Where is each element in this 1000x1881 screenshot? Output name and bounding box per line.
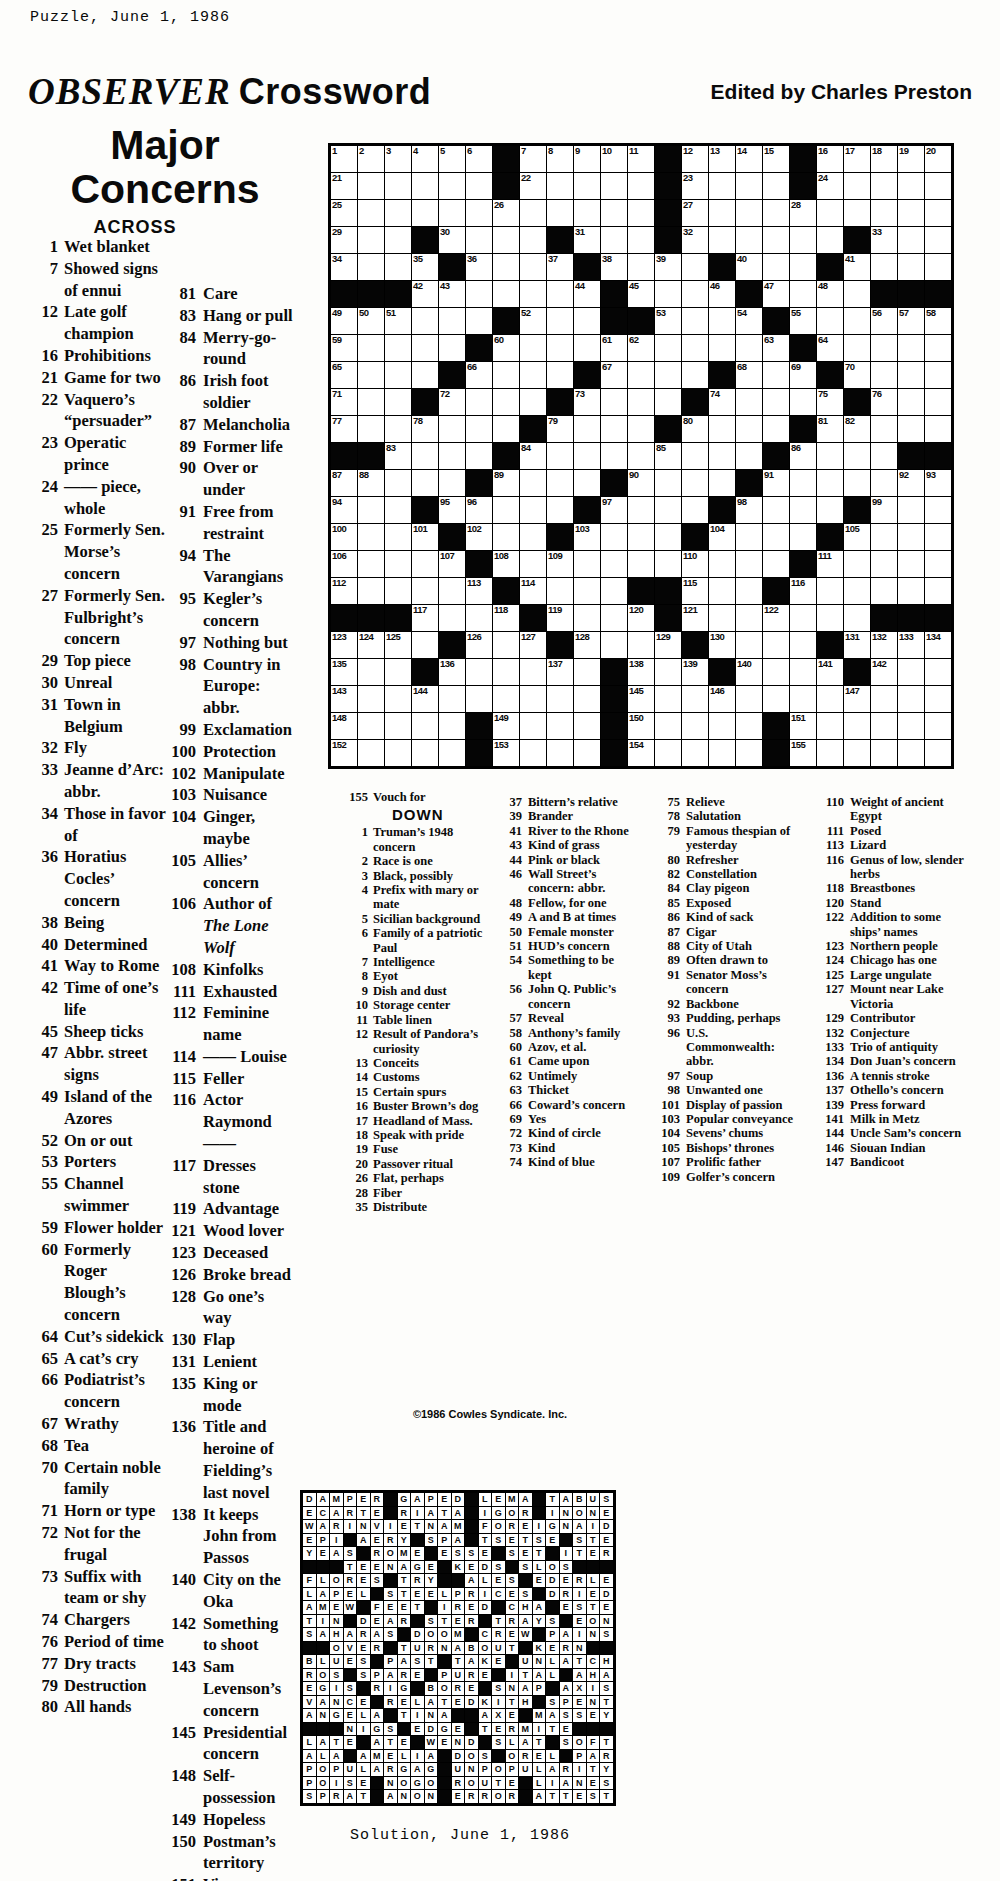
- grid-cell-r20c9[interactable]: 137: [547, 659, 573, 685]
- grid-cell-r13c20[interactable]: [844, 470, 870, 496]
- grid-cell-r12c16[interactable]: [736, 443, 762, 469]
- grid-cell-r10c21[interactable]: 76: [871, 389, 897, 415]
- grid-cell-r1c21[interactable]: 18: [871, 146, 897, 172]
- grid-cell-r5c22[interactable]: [898, 254, 924, 280]
- grid-cell-r2c5[interactable]: [439, 173, 465, 199]
- grid-cell-r18c4[interactable]: 117: [412, 605, 438, 631]
- grid-cell-r20c2[interactable]: [358, 659, 384, 685]
- grid-cell-r14c5[interactable]: 95: [439, 497, 465, 523]
- grid-cell-r13c14[interactable]: [682, 470, 708, 496]
- grid-cell-r16c19[interactable]: 111: [817, 551, 843, 577]
- grid-cell-r9c9[interactable]: [547, 362, 573, 388]
- grid-cell-r15c20[interactable]: 105: [844, 524, 870, 550]
- grid-cell-r1c10[interactable]: 9: [574, 146, 600, 172]
- grid-cell-r21c10[interactable]: [574, 686, 600, 712]
- grid-cell-r6c17[interactable]: 47: [763, 281, 789, 307]
- grid-cell-r14c13[interactable]: [655, 497, 681, 523]
- grid-cell-r5c4[interactable]: 35: [412, 254, 438, 280]
- grid-cell-r3c5[interactable]: [439, 200, 465, 226]
- grid-cell-r10c19[interactable]: 75: [817, 389, 843, 415]
- grid-cell-r12c4[interactable]: [412, 443, 438, 469]
- grid-cell-r23c2[interactable]: [358, 740, 384, 766]
- grid-cell-r22c14[interactable]: [682, 713, 708, 739]
- grid-cell-r15c7[interactable]: [493, 524, 519, 550]
- grid-cell-r20c12[interactable]: 138: [628, 659, 654, 685]
- grid-cell-r18c19[interactable]: [817, 605, 843, 631]
- grid-cell-r4c11[interactable]: [601, 227, 627, 253]
- grid-cell-r14c1[interactable]: 94: [331, 497, 357, 523]
- grid-cell-r19c12[interactable]: [628, 632, 654, 658]
- grid-cell-r5c9[interactable]: 37: [547, 254, 573, 280]
- grid-cell-r2c14[interactable]: 23: [682, 173, 708, 199]
- grid-cell-r13c17[interactable]: 91: [763, 470, 789, 496]
- grid-cell-r20c22[interactable]: [898, 659, 924, 685]
- grid-cell-r12c10[interactable]: [574, 443, 600, 469]
- grid-cell-r5c23[interactable]: [925, 254, 951, 280]
- grid-cell-r23c4[interactable]: [412, 740, 438, 766]
- grid-cell-r23c14[interactable]: [682, 740, 708, 766]
- grid-cell-r21c8[interactable]: [520, 686, 546, 712]
- grid-cell-r10c8[interactable]: [520, 389, 546, 415]
- grid-cell-r12c12[interactable]: [628, 443, 654, 469]
- grid-cell-r11c17[interactable]: [763, 416, 789, 442]
- grid-cell-r1c12[interactable]: 11: [628, 146, 654, 172]
- grid-cell-r20c6[interactable]: [466, 659, 492, 685]
- grid-cell-r2c17[interactable]: [763, 173, 789, 199]
- grid-cell-r4c3[interactable]: [385, 227, 411, 253]
- grid-cell-r11c6[interactable]: [466, 416, 492, 442]
- grid-cell-r22c20[interactable]: [844, 713, 870, 739]
- grid-cell-r3c17[interactable]: [763, 200, 789, 226]
- grid-cell-r1c11[interactable]: 10: [601, 146, 627, 172]
- grid-cell-r17c3[interactable]: [385, 578, 411, 604]
- grid-cell-r3c14[interactable]: 27: [682, 200, 708, 226]
- grid-cell-r20c16[interactable]: 140: [736, 659, 762, 685]
- grid-cell-r4c8[interactable]: [520, 227, 546, 253]
- grid-cell-r16c10[interactable]: [574, 551, 600, 577]
- grid-cell-r19c6[interactable]: 126: [466, 632, 492, 658]
- grid-cell-r21c12[interactable]: 145: [628, 686, 654, 712]
- grid-cell-r12c15[interactable]: [709, 443, 735, 469]
- grid-cell-r21c14[interactable]: [682, 686, 708, 712]
- grid-cell-r3c3[interactable]: [385, 200, 411, 226]
- grid-cell-r1c17[interactable]: 15: [763, 146, 789, 172]
- grid-cell-r3c20[interactable]: [844, 200, 870, 226]
- grid-cell-r1c5[interactable]: 5: [439, 146, 465, 172]
- grid-cell-r2c12[interactable]: [628, 173, 654, 199]
- grid-cell-r5c1[interactable]: 34: [331, 254, 357, 280]
- grid-cell-r15c17[interactable]: [763, 524, 789, 550]
- grid-cell-r18c12[interactable]: 120: [628, 605, 654, 631]
- grid-cell-r13c18[interactable]: [790, 470, 816, 496]
- grid-cell-r4c10[interactable]: 31: [574, 227, 600, 253]
- grid-cell-r6c5[interactable]: 43: [439, 281, 465, 307]
- grid-cell-r19c15[interactable]: 130: [709, 632, 735, 658]
- grid-cell-r10c18[interactable]: [790, 389, 816, 415]
- grid-cell-r14c7[interactable]: [493, 497, 519, 523]
- grid-cell-r14c12[interactable]: [628, 497, 654, 523]
- grid-cell-r21c13[interactable]: [655, 686, 681, 712]
- grid-cell-r14c22[interactable]: [898, 497, 924, 523]
- grid-cell-r1c20[interactable]: 17: [844, 146, 870, 172]
- grid-cell-r13c7[interactable]: 89: [493, 470, 519, 496]
- grid-cell-r14c16[interactable]: 98: [736, 497, 762, 523]
- grid-cell-r1c4[interactable]: 4: [412, 146, 438, 172]
- grid-cell-r13c13[interactable]: [655, 470, 681, 496]
- grid-cell-r7c10[interactable]: [574, 308, 600, 334]
- grid-cell-r3c19[interactable]: [817, 200, 843, 226]
- grid-cell-r15c15[interactable]: 104: [709, 524, 735, 550]
- grid-cell-r13c19[interactable]: [817, 470, 843, 496]
- grid-cell-r2c4[interactable]: [412, 173, 438, 199]
- grid-cell-r9c7[interactable]: [493, 362, 519, 388]
- grid-cell-r3c15[interactable]: [709, 200, 735, 226]
- grid-cell-r18c18[interactable]: [790, 605, 816, 631]
- grid-cell-r3c10[interactable]: [574, 200, 600, 226]
- grid-cell-r16c3[interactable]: [385, 551, 411, 577]
- grid-cell-r18c10[interactable]: [574, 605, 600, 631]
- grid-cell-r4c5[interactable]: 30: [439, 227, 465, 253]
- grid-cell-r15c3[interactable]: [385, 524, 411, 550]
- grid-cell-r22c13[interactable]: [655, 713, 681, 739]
- grid-cell-r8c7[interactable]: 60: [493, 335, 519, 361]
- grid-cell-r9c1[interactable]: 65: [331, 362, 357, 388]
- grid-cell-r11c9[interactable]: 79: [547, 416, 573, 442]
- grid-cell-r14c9[interactable]: [547, 497, 573, 523]
- grid-cell-r12c19[interactable]: [817, 443, 843, 469]
- grid-cell-r23c3[interactable]: [385, 740, 411, 766]
- grid-cell-r22c21[interactable]: [871, 713, 897, 739]
- grid-cell-r10c11[interactable]: [601, 389, 627, 415]
- grid-cell-r11c21[interactable]: [871, 416, 897, 442]
- grid-cell-r5c2[interactable]: [358, 254, 384, 280]
- grid-cell-r16c7[interactable]: 108: [493, 551, 519, 577]
- grid-cell-r6c15[interactable]: 46: [709, 281, 735, 307]
- grid-cell-r1c14[interactable]: 12: [682, 146, 708, 172]
- grid-cell-r7c4[interactable]: [412, 308, 438, 334]
- grid-cell-r4c12[interactable]: [628, 227, 654, 253]
- grid-cell-r6c12[interactable]: 45: [628, 281, 654, 307]
- grid-cell-r9c14[interactable]: [682, 362, 708, 388]
- grid-cell-r12c18[interactable]: 86: [790, 443, 816, 469]
- grid-cell-r3c6[interactable]: [466, 200, 492, 226]
- grid-cell-r5c20[interactable]: 41: [844, 254, 870, 280]
- grid-cell-r23c21[interactable]: [871, 740, 897, 766]
- grid-cell-r13c8[interactable]: [520, 470, 546, 496]
- grid-cell-r8c20[interactable]: [844, 335, 870, 361]
- grid-cell-r6c8[interactable]: [520, 281, 546, 307]
- grid-cell-r6c4[interactable]: 42: [412, 281, 438, 307]
- grid-cell-r20c17[interactable]: [763, 659, 789, 685]
- grid-cell-r19c21[interactable]: 132: [871, 632, 897, 658]
- grid-cell-r16c11[interactable]: [601, 551, 627, 577]
- grid-cell-r12c5[interactable]: [439, 443, 465, 469]
- grid-cell-r8c14[interactable]: [682, 335, 708, 361]
- grid-cell-r1c23[interactable]: 20: [925, 146, 951, 172]
- grid-cell-r21c9[interactable]: [547, 686, 573, 712]
- grid-cell-r11c10[interactable]: [574, 416, 600, 442]
- grid-cell-r22c1[interactable]: 148: [331, 713, 357, 739]
- grid-cell-r7c2[interactable]: 50: [358, 308, 384, 334]
- grid-cell-r8c4[interactable]: [412, 335, 438, 361]
- grid-cell-r7c15[interactable]: [709, 308, 735, 334]
- grid-cell-r17c19[interactable]: [817, 578, 843, 604]
- grid-cell-r1c9[interactable]: 8: [547, 146, 573, 172]
- grid-cell-r4c17[interactable]: [763, 227, 789, 253]
- grid-cell-r6c9[interactable]: [547, 281, 573, 307]
- grid-cell-r20c10[interactable]: [574, 659, 600, 685]
- grid-cell-r15c1[interactable]: 100: [331, 524, 357, 550]
- grid-cell-r8c17[interactable]: 63: [763, 335, 789, 361]
- grid-cell-r8c13[interactable]: [655, 335, 681, 361]
- grid-cell-r8c19[interactable]: 64: [817, 335, 843, 361]
- grid-cell-r19c7[interactable]: [493, 632, 519, 658]
- grid-cell-r12c11[interactable]: [601, 443, 627, 469]
- grid-cell-r15c13[interactable]: [655, 524, 681, 550]
- grid-cell-r21c2[interactable]: [358, 686, 384, 712]
- grid-cell-r16c12[interactable]: [628, 551, 654, 577]
- grid-cell-r7c14[interactable]: [682, 308, 708, 334]
- grid-cell-r17c21[interactable]: [871, 578, 897, 604]
- grid-cell-r7c9[interactable]: [547, 308, 573, 334]
- grid-cell-r18c6[interactable]: [466, 605, 492, 631]
- grid-cell-r21c3[interactable]: [385, 686, 411, 712]
- grid-cell-r11c2[interactable]: [358, 416, 384, 442]
- grid-cell-r2c1[interactable]: 21: [331, 173, 357, 199]
- grid-cell-r10c10[interactable]: 73: [574, 389, 600, 415]
- grid-cell-r19c8[interactable]: 127: [520, 632, 546, 658]
- grid-cell-r16c5[interactable]: 107: [439, 551, 465, 577]
- grid-cell-r23c9[interactable]: [547, 740, 573, 766]
- grid-cell-r20c3[interactable]: [385, 659, 411, 685]
- grid-cell-r7c1[interactable]: 49: [331, 308, 357, 334]
- grid-cell-r2c11[interactable]: [601, 173, 627, 199]
- grid-cell-r3c22[interactable]: [898, 200, 924, 226]
- grid-cell-r5c17[interactable]: [763, 254, 789, 280]
- grid-cell-r22c19[interactable]: [817, 713, 843, 739]
- grid-cell-r19c3[interactable]: 125: [385, 632, 411, 658]
- grid-cell-r23c20[interactable]: [844, 740, 870, 766]
- grid-cell-r21c21[interactable]: [871, 686, 897, 712]
- grid-cell-r16c9[interactable]: 109: [547, 551, 573, 577]
- grid-cell-r23c15[interactable]: [709, 740, 735, 766]
- grid-cell-r17c1[interactable]: 112: [331, 578, 357, 604]
- grid-cell-r14c21[interactable]: 99: [871, 497, 897, 523]
- grid-cell-r13c22[interactable]: 92: [898, 470, 924, 496]
- grid-cell-r17c5[interactable]: [439, 578, 465, 604]
- grid-cell-r17c4[interactable]: [412, 578, 438, 604]
- grid-cell-r16c15[interactable]: [709, 551, 735, 577]
- grid-cell-r8c12[interactable]: 62: [628, 335, 654, 361]
- grid-cell-r9c21[interactable]: [871, 362, 897, 388]
- grid-cell-r2c10[interactable]: [574, 173, 600, 199]
- grid-cell-r19c16[interactable]: [736, 632, 762, 658]
- grid-cell-r16c17[interactable]: [763, 551, 789, 577]
- grid-cell-r3c21[interactable]: [871, 200, 897, 226]
- grid-cell-r9c22[interactable]: [898, 362, 924, 388]
- grid-cell-r12c20[interactable]: [844, 443, 870, 469]
- grid-cell-r3c8[interactable]: [520, 200, 546, 226]
- grid-cell-r5c7[interactable]: [493, 254, 519, 280]
- grid-cell-r9c16[interactable]: 68: [736, 362, 762, 388]
- grid-cell-r10c16[interactable]: [736, 389, 762, 415]
- grid-cell-r18c7[interactable]: 118: [493, 605, 519, 631]
- grid-cell-r22c16[interactable]: [736, 713, 762, 739]
- grid-cell-r5c14[interactable]: [682, 254, 708, 280]
- grid-cell-r22c8[interactable]: [520, 713, 546, 739]
- grid-cell-r11c11[interactable]: [601, 416, 627, 442]
- grid-cell-r8c1[interactable]: 59: [331, 335, 357, 361]
- grid-cell-r21c18[interactable]: [790, 686, 816, 712]
- grid-cell-r17c22[interactable]: [898, 578, 924, 604]
- grid-cell-r11c1[interactable]: 77: [331, 416, 357, 442]
- grid-cell-r3c11[interactable]: [601, 200, 627, 226]
- grid-cell-r5c8[interactable]: [520, 254, 546, 280]
- grid-cell-r21c1[interactable]: 143: [331, 686, 357, 712]
- grid-cell-r2c21[interactable]: [871, 173, 897, 199]
- grid-cell-r20c19[interactable]: 141: [817, 659, 843, 685]
- grid-cell-r15c12[interactable]: [628, 524, 654, 550]
- grid-cell-r4c16[interactable]: [736, 227, 762, 253]
- grid-cell-r12c13[interactable]: 85: [655, 443, 681, 469]
- grid-cell-r1c16[interactable]: 14: [736, 146, 762, 172]
- grid-cell-r4c2[interactable]: [358, 227, 384, 253]
- grid-cell-r8c3[interactable]: [385, 335, 411, 361]
- grid-cell-r15c18[interactable]: [790, 524, 816, 550]
- grid-cell-r22c9[interactable]: [547, 713, 573, 739]
- grid-cell-r17c14[interactable]: 115: [682, 578, 708, 604]
- grid-cell-r10c2[interactable]: [358, 389, 384, 415]
- grid-cell-r15c4[interactable]: 101: [412, 524, 438, 550]
- grid-cell-r11c19[interactable]: 81: [817, 416, 843, 442]
- grid-cell-r3c16[interactable]: [736, 200, 762, 226]
- grid-cell-r19c2[interactable]: 124: [358, 632, 384, 658]
- grid-cell-r11c16[interactable]: [736, 416, 762, 442]
- grid-cell-r11c15[interactable]: [709, 416, 735, 442]
- grid-cell-r9c6[interactable]: 66: [466, 362, 492, 388]
- grid-cell-r12c8[interactable]: 84: [520, 443, 546, 469]
- grid-cell-r4c7[interactable]: [493, 227, 519, 253]
- grid-cell-r3c18[interactable]: 28: [790, 200, 816, 226]
- grid-cell-r4c15[interactable]: [709, 227, 735, 253]
- grid-cell-r17c11[interactable]: [601, 578, 627, 604]
- grid-cell-r21c17[interactable]: [763, 686, 789, 712]
- grid-cell-r10c17[interactable]: [763, 389, 789, 415]
- grid-cell-r7c8[interactable]: 52: [520, 308, 546, 334]
- grid-cell-r19c17[interactable]: [763, 632, 789, 658]
- grid-cell-r6c7[interactable]: [493, 281, 519, 307]
- grid-cell-r3c7[interactable]: 26: [493, 200, 519, 226]
- grid-cell-r20c7[interactable]: [493, 659, 519, 685]
- grid-cell-r14c14[interactable]: [682, 497, 708, 523]
- grid-cell-r19c4[interactable]: [412, 632, 438, 658]
- grid-cell-r17c8[interactable]: 114: [520, 578, 546, 604]
- grid-cell-r21c7[interactable]: [493, 686, 519, 712]
- grid-cell-r23c1[interactable]: 152: [331, 740, 357, 766]
- grid-cell-r2c20[interactable]: [844, 173, 870, 199]
- grid-cell-r10c12[interactable]: [628, 389, 654, 415]
- grid-cell-r21c16[interactable]: [736, 686, 762, 712]
- grid-cell-r7c20[interactable]: [844, 308, 870, 334]
- grid-cell-r9c23[interactable]: [925, 362, 951, 388]
- grid-cell-r9c18[interactable]: 69: [790, 362, 816, 388]
- grid-cell-r15c2[interactable]: [358, 524, 384, 550]
- grid-cell-r6c13[interactable]: [655, 281, 681, 307]
- grid-cell-r22c5[interactable]: [439, 713, 465, 739]
- grid-cell-r7c6[interactable]: [466, 308, 492, 334]
- grid-cell-r16c14[interactable]: 110: [682, 551, 708, 577]
- grid-cell-r12c3[interactable]: 83: [385, 443, 411, 469]
- grid-cell-r22c15[interactable]: [709, 713, 735, 739]
- grid-cell-r21c15[interactable]: 146: [709, 686, 735, 712]
- grid-cell-r23c23[interactable]: [925, 740, 951, 766]
- grid-cell-r16c13[interactable]: [655, 551, 681, 577]
- grid-cell-r4c14[interactable]: 32: [682, 227, 708, 253]
- grid-cell-r10c6[interactable]: [466, 389, 492, 415]
- grid-cell-r13c10[interactable]: [574, 470, 600, 496]
- grid-cell-r1c19[interactable]: 16: [817, 146, 843, 172]
- grid-cell-r16c8[interactable]: [520, 551, 546, 577]
- grid-cell-r15c11[interactable]: [601, 524, 627, 550]
- grid-cell-r10c15[interactable]: 74: [709, 389, 735, 415]
- grid-cell-r11c7[interactable]: [493, 416, 519, 442]
- grid-cell-r16c2[interactable]: [358, 551, 384, 577]
- grid-cell-r3c1[interactable]: 25: [331, 200, 357, 226]
- grid-cell-r19c18[interactable]: [790, 632, 816, 658]
- grid-cell-r9c13[interactable]: [655, 362, 681, 388]
- grid-cell-r6c6[interactable]: [466, 281, 492, 307]
- grid-cell-r22c12[interactable]: 150: [628, 713, 654, 739]
- grid-cell-r23c18[interactable]: 155: [790, 740, 816, 766]
- grid-cell-r19c13[interactable]: 129: [655, 632, 681, 658]
- grid-cell-r9c2[interactable]: [358, 362, 384, 388]
- grid-cell-r22c4[interactable]: [412, 713, 438, 739]
- grid-cell-r18c20[interactable]: [844, 605, 870, 631]
- grid-cell-r7c16[interactable]: 54: [736, 308, 762, 334]
- grid-cell-r2c8[interactable]: 22: [520, 173, 546, 199]
- grid-cell-r11c12[interactable]: [628, 416, 654, 442]
- grid-cell-r19c11[interactable]: [601, 632, 627, 658]
- grid-cell-r23c10[interactable]: [574, 740, 600, 766]
- grid-cell-r14c3[interactable]: [385, 497, 411, 523]
- grid-cell-r8c2[interactable]: [358, 335, 384, 361]
- grid-cell-r8c5[interactable]: [439, 335, 465, 361]
- grid-cell-r23c13[interactable]: [655, 740, 681, 766]
- grid-cell-r9c17[interactable]: [763, 362, 789, 388]
- grid-cell-r10c1[interactable]: 71: [331, 389, 357, 415]
- grid-cell-r9c8[interactable]: [520, 362, 546, 388]
- grid-cell-r3c2[interactable]: [358, 200, 384, 226]
- grid-cell-r10c5[interactable]: 72: [439, 389, 465, 415]
- grid-cell-r15c6[interactable]: 102: [466, 524, 492, 550]
- grid-cell-r3c12[interactable]: [628, 200, 654, 226]
- grid-cell-r13c2[interactable]: 88: [358, 470, 384, 496]
- grid-cell-r12c14[interactable]: [682, 443, 708, 469]
- grid-cell-r13c15[interactable]: [709, 470, 735, 496]
- grid-cell-r8c21[interactable]: [871, 335, 897, 361]
- grid-cell-r5c12[interactable]: [628, 254, 654, 280]
- grid-cell-r17c6[interactable]: 113: [466, 578, 492, 604]
- grid-cell-r6c18[interactable]: [790, 281, 816, 307]
- grid-cell-r22c3[interactable]: [385, 713, 411, 739]
- grid-cell-r12c21[interactable]: [871, 443, 897, 469]
- grid-cell-r5c11[interactable]: 38: [601, 254, 627, 280]
- grid-cell-r7c21[interactable]: 56: [871, 308, 897, 334]
- grid-cell-r18c15[interactable]: [709, 605, 735, 631]
- grid-cell-r11c14[interactable]: 80: [682, 416, 708, 442]
- grid-cell-r1c15[interactable]: 13: [709, 146, 735, 172]
- grid-cell-r10c7[interactable]: [493, 389, 519, 415]
